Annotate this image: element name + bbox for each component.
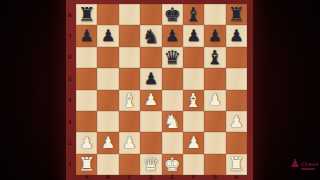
square-g6[interactable]: ♝: [204, 47, 225, 68]
piece-white-pawn: ♟: [229, 113, 243, 129]
square-b1[interactable]: [97, 154, 118, 175]
square-g4[interactable]: ♟: [204, 90, 225, 111]
square-a6[interactable]: [76, 47, 97, 68]
piece-white-pawn: ♟: [186, 134, 200, 150]
rank-label-2: 2: [68, 132, 76, 153]
piece-black-pawn: ♟: [208, 28, 222, 44]
rank-label-6: 6: [68, 47, 76, 68]
rank-label-7: 7: [68, 25, 76, 46]
square-d7[interactable]: ♞: [140, 25, 161, 46]
piece-white-pawn: ♟: [208, 92, 222, 108]
square-f5[interactable]: [183, 68, 204, 89]
file-label-e: E: [162, 175, 183, 180]
square-a1[interactable]: ♜: [76, 154, 97, 175]
piece-black-pawn: ♟: [165, 28, 179, 44]
file-label-g: G: [204, 175, 225, 180]
square-e8[interactable]: ♚: [162, 4, 183, 25]
square-b4[interactable]: [97, 90, 118, 111]
piece-black-bishop: ♝: [185, 5, 202, 24]
piece-black-rook: ♜: [78, 5, 95, 24]
square-c8[interactable]: [119, 4, 140, 25]
square-a5[interactable]: [76, 68, 97, 89]
square-g5[interactable]: [204, 68, 225, 89]
piece-white-pawn: ♟: [122, 134, 136, 150]
square-f2[interactable]: ♟: [183, 132, 204, 153]
piece-black-pawn: ♟: [144, 70, 158, 86]
square-e2[interactable]: [162, 132, 183, 153]
square-b7[interactable]: ♟: [97, 25, 118, 46]
square-g7[interactable]: ♟: [204, 25, 225, 46]
rank-label-4: 4: [68, 90, 76, 111]
square-e5[interactable]: [162, 68, 183, 89]
piece-black-rook: ♜: [228, 5, 245, 24]
square-f1[interactable]: [183, 154, 204, 175]
square-c4[interactable]: ♝: [119, 90, 140, 111]
watermark-logo: ♟ Chess: [290, 158, 318, 170]
piece-white-bishop: ♝: [185, 90, 202, 109]
square-d2[interactable]: [140, 132, 161, 153]
square-e6[interactable]: ♛: [162, 47, 183, 68]
square-c1[interactable]: [119, 154, 140, 175]
piece-white-pawn: ♟: [80, 134, 94, 150]
square-a4[interactable]: [76, 90, 97, 111]
square-e3[interactable]: ♞: [162, 111, 183, 132]
chess-board: ♜♚♝♜♟♟♞♟♟♟♟♛♝♟♝♟♝♟♞♟♟♟♟♟♜♛♚♜: [76, 4, 247, 175]
square-b6[interactable]: [97, 47, 118, 68]
square-h2[interactable]: [226, 132, 247, 153]
square-f4[interactable]: ♝: [183, 90, 204, 111]
square-a8[interactable]: ♜: [76, 4, 97, 25]
piece-white-pawn: ♟: [144, 92, 158, 108]
rank-labels: 87654321: [68, 4, 76, 175]
file-label-c: C: [119, 175, 140, 180]
piece-white-bishop: ♝: [121, 90, 138, 109]
piece-black-pawn: ♟: [229, 28, 243, 44]
square-a3[interactable]: [76, 111, 97, 132]
square-c3[interactable]: [119, 111, 140, 132]
rank-label-5: 5: [68, 68, 76, 89]
square-d6[interactable]: [140, 47, 161, 68]
square-b8[interactable]: [97, 4, 118, 25]
square-b3[interactable]: [97, 111, 118, 132]
square-f6[interactable]: [183, 47, 204, 68]
file-label-f: F: [183, 175, 204, 180]
square-b2[interactable]: ♟: [97, 132, 118, 153]
square-d1[interactable]: ♛: [140, 154, 161, 175]
square-d8[interactable]: [140, 4, 161, 25]
piece-white-king: ♚: [164, 154, 181, 173]
square-d4[interactable]: ♟: [140, 90, 161, 111]
piece-white-queen: ♛: [142, 154, 159, 173]
square-g2[interactable]: [204, 132, 225, 153]
square-e7[interactable]: ♟: [162, 25, 183, 46]
piece-white-rook: ♜: [228, 154, 245, 173]
rank-label-8: 8: [68, 4, 76, 25]
square-g8[interactable]: [204, 4, 225, 25]
square-c2[interactable]: ♟: [119, 132, 140, 153]
square-h3[interactable]: ♟: [226, 111, 247, 132]
square-h7[interactable]: ♟: [226, 25, 247, 46]
square-f7[interactable]: ♟: [183, 25, 204, 46]
pawn-icon: ♟: [290, 158, 300, 169]
piece-black-pawn: ♟: [101, 28, 115, 44]
square-g1[interactable]: [204, 154, 225, 175]
file-label-d: D: [140, 175, 161, 180]
square-f3[interactable]: [183, 111, 204, 132]
piece-black-king: ♚: [164, 5, 181, 24]
board-frame: 87654321 ♜♚♝♜♟♟♞♟♟♟♟♛♝♟♝♟♝♟♞♟♟♟♟♟♜♛♚♜ AB…: [66, 0, 253, 180]
piece-black-queen: ♛: [164, 47, 181, 66]
square-d5[interactable]: ♟: [140, 68, 161, 89]
piece-white-knight: ♞: [164, 112, 181, 131]
square-c7[interactable]: [119, 25, 140, 46]
piece-white-rook: ♜: [78, 154, 95, 173]
piece-black-bishop: ♝: [206, 47, 223, 66]
square-h6[interactable]: [226, 47, 247, 68]
square-a7[interactable]: ♟: [76, 25, 97, 46]
square-g3[interactable]: [204, 111, 225, 132]
rank-label-1: 1: [68, 154, 76, 175]
square-f8[interactable]: ♝: [183, 4, 204, 25]
square-d3[interactable]: [140, 111, 161, 132]
piece-black-pawn: ♟: [186, 28, 200, 44]
file-labels: ABCDEFGH: [76, 175, 247, 180]
square-e4[interactable]: [162, 90, 183, 111]
piece-black-knight: ♞: [142, 26, 159, 45]
square-b5[interactable]: [97, 68, 118, 89]
piece-black-pawn: ♟: [80, 28, 94, 44]
piece-white-pawn: ♟: [101, 134, 115, 150]
file-label-b: B: [97, 175, 118, 180]
square-a2[interactable]: ♟: [76, 132, 97, 153]
video-frame: 87654321 ♜♚♝♜♟♟♞♟♟♟♟♛♝♟♝♟♝♟♞♟♟♟♟♟♜♛♚♜ AB…: [0, 0, 320, 180]
square-h8[interactable]: ♜: [226, 4, 247, 25]
square-e1[interactable]: ♚: [162, 154, 183, 175]
file-label-h: H: [226, 175, 247, 180]
square-c6[interactable]: [119, 47, 140, 68]
watermark-underline: [301, 168, 315, 170]
square-c5[interactable]: [119, 68, 140, 89]
file-label-a: A: [76, 175, 97, 180]
square-h1[interactable]: ♜: [226, 154, 247, 175]
square-h5[interactable]: [226, 68, 247, 89]
square-h4[interactable]: [226, 90, 247, 111]
rank-label-3: 3: [68, 111, 76, 132]
watermark-text: Chess: [301, 161, 319, 167]
